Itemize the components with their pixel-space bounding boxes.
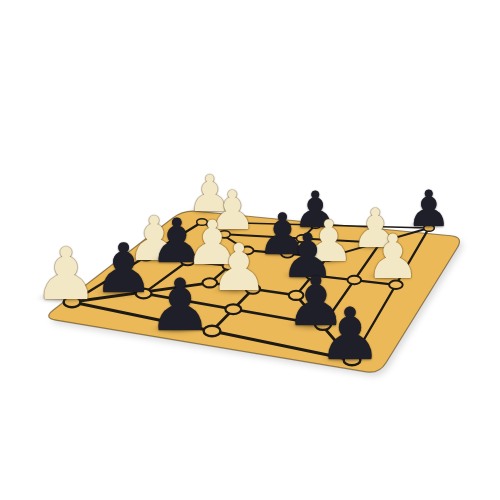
product-photo-stage: ♟♟♟♟♟♟♟♟♟♟♟♟♟♟♟♟♟♟	[0, 0, 500, 500]
point-ring-f4	[348, 276, 362, 284]
pawn-glyph: ♟	[210, 236, 268, 301]
point-ring-d2	[225, 304, 241, 314]
pawn-glyph: ♟	[148, 269, 213, 341]
pawn-glyph: ♟	[93, 236, 154, 304]
pawn-glyph: ♟	[366, 225, 421, 286]
pawn-glyph: ♟	[318, 298, 383, 370]
pawn-glyph: ♟	[34, 238, 99, 310]
